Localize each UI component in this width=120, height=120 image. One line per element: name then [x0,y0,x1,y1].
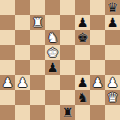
piece-white-pawn[interactable]: ♟ [107,75,119,90]
piece-white-queen[interactable]: ♛ [107,90,119,105]
square-a7[interactable] [0,15,15,30]
square-a3[interactable]: ♟ [0,75,15,90]
piece-black-king[interactable]: ♚ [77,30,89,45]
square-b5[interactable] [15,45,30,60]
square-d5[interactable]: ♚ [45,45,60,60]
square-h6[interactable] [105,30,120,45]
square-c8[interactable] [30,0,45,15]
square-f7[interactable]: ♟ [75,15,90,30]
square-d8[interactable] [45,0,60,15]
square-d4[interactable]: ♟ [45,60,60,75]
piece-black-rook[interactable]: ♜ [62,105,74,120]
piece-white-knight[interactable]: ♞ [47,30,59,45]
piece-white-king[interactable]: ♚ [47,45,59,60]
square-c6[interactable] [30,30,45,45]
square-e8[interactable] [60,0,75,15]
square-g5[interactable] [90,45,105,60]
square-e7[interactable] [60,15,75,30]
square-h8[interactable]: ♛ [105,0,120,15]
square-f6[interactable]: ♚ [75,30,90,45]
square-d7[interactable] [45,15,60,30]
square-a8[interactable] [0,0,15,15]
piece-white-rook[interactable]: ♜ [32,15,44,30]
square-f4[interactable] [75,60,90,75]
square-c3[interactable] [30,75,45,90]
square-h7[interactable]: ♟ [105,15,120,30]
square-g3[interactable]: ♟ [90,75,105,90]
square-c5[interactable] [30,45,45,60]
square-h2[interactable]: ♛ [105,90,120,105]
square-a4[interactable] [0,60,15,75]
square-d1[interactable] [45,105,60,120]
square-h3[interactable]: ♟ [105,75,120,90]
square-g7[interactable] [90,15,105,30]
square-b8[interactable] [15,0,30,15]
square-b2[interactable] [15,90,30,105]
square-d3[interactable] [45,75,60,90]
piece-black-pawn[interactable]: ♟ [77,15,89,30]
piece-white-pawn[interactable]: ♟ [17,75,29,90]
piece-white-pawn[interactable]: ♟ [2,75,14,90]
square-e6[interactable] [60,30,75,45]
square-g1[interactable] [90,105,105,120]
square-e3[interactable] [60,75,75,90]
square-f5[interactable] [75,45,90,60]
square-c1[interactable] [30,105,45,120]
square-g8[interactable] [90,0,105,15]
piece-white-pawn[interactable]: ♟ [92,75,104,90]
chess-board: ♛♜♟♟♞♚♚♟♟♟♟♟♟♞♛♜ [0,0,120,120]
square-g2[interactable] [90,90,105,105]
square-b3[interactable]: ♟ [15,75,30,90]
piece-black-knight[interactable]: ♞ [77,90,89,105]
square-b1[interactable] [15,105,30,120]
square-e1[interactable]: ♜ [60,105,75,120]
square-d6[interactable]: ♞ [45,30,60,45]
square-f3[interactable]: ♟ [75,75,90,90]
square-e2[interactable] [60,90,75,105]
square-c2[interactable] [30,90,45,105]
square-e5[interactable] [60,45,75,60]
square-d2[interactable] [45,90,60,105]
square-h1[interactable] [105,105,120,120]
square-c4[interactable] [30,60,45,75]
square-h4[interactable] [105,60,120,75]
square-f8[interactable] [75,0,90,15]
square-b6[interactable] [15,30,30,45]
square-f2[interactable]: ♞ [75,90,90,105]
square-a5[interactable] [0,45,15,60]
piece-black-pawn[interactable]: ♟ [77,75,89,90]
piece-black-pawn[interactable]: ♟ [47,60,59,75]
square-a6[interactable] [0,30,15,45]
square-h5[interactable] [105,45,120,60]
square-g6[interactable] [90,30,105,45]
square-g4[interactable] [90,60,105,75]
square-b4[interactable] [15,60,30,75]
square-c7[interactable]: ♜ [30,15,45,30]
square-e4[interactable] [60,60,75,75]
square-a1[interactable] [0,105,15,120]
square-f1[interactable] [75,105,90,120]
square-a2[interactable] [0,90,15,105]
piece-black-pawn[interactable]: ♟ [107,15,119,30]
piece-black-queen[interactable]: ♛ [107,0,119,15]
square-b7[interactable] [15,15,30,30]
